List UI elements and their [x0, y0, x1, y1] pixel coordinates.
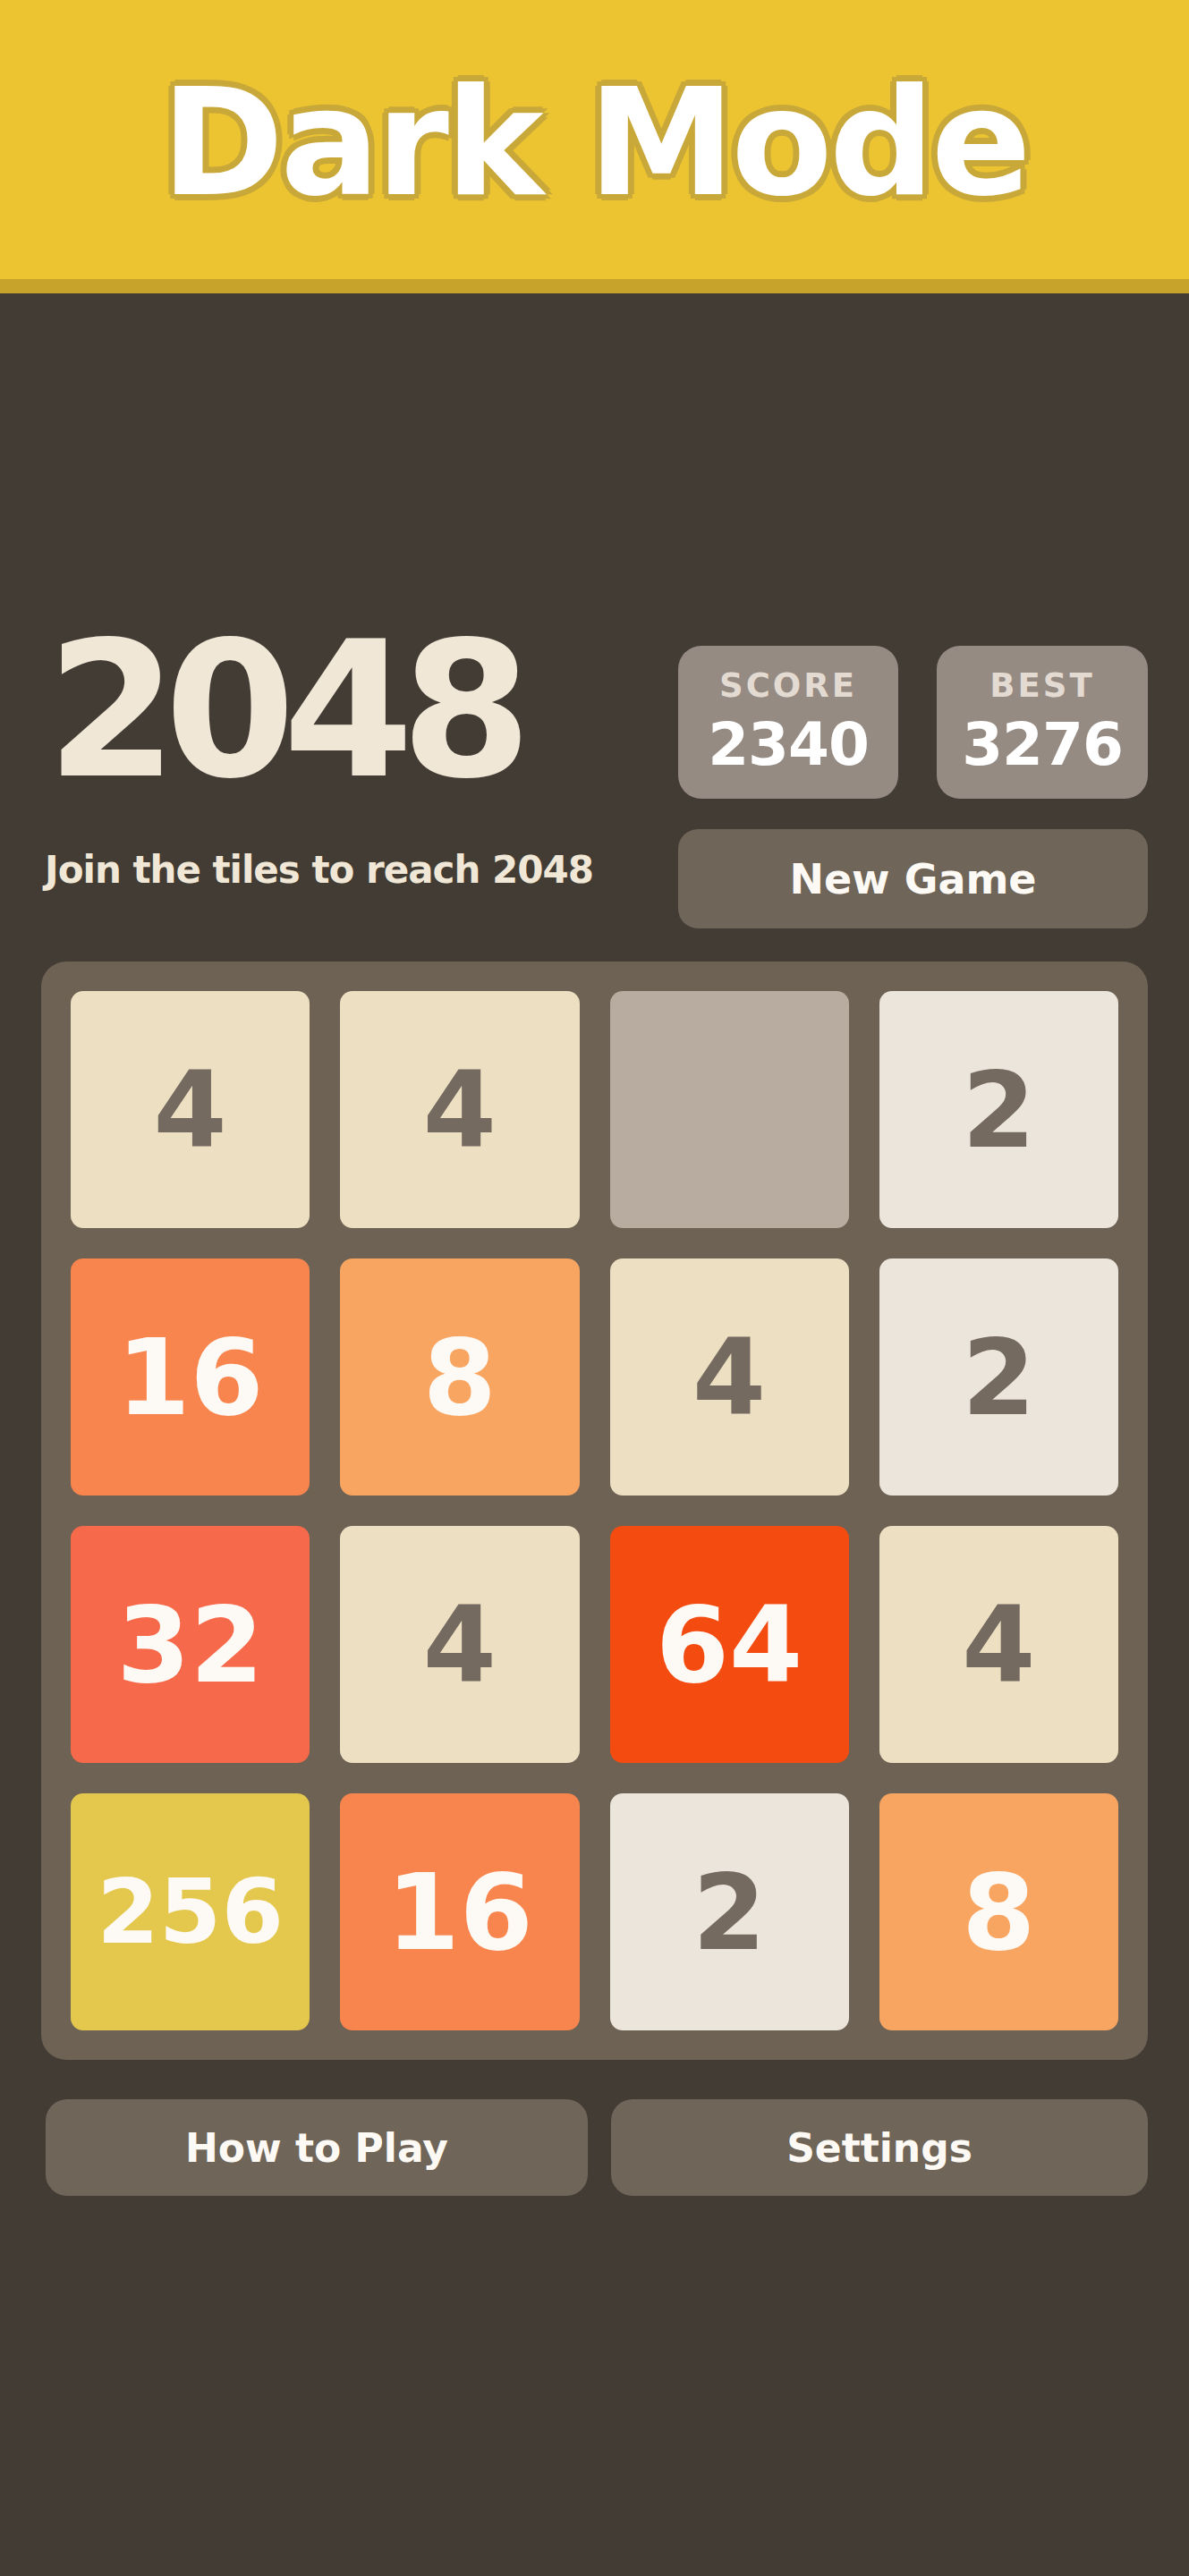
tile-r1c3 [610, 991, 849, 1228]
tile-r1c2: 4 [340, 991, 579, 1228]
game-board[interactable]: 4 4 2 16 8 4 2 32 4 64 4 256 16 2 8 [41, 962, 1148, 2060]
tile-r2c2: 8 [340, 1258, 579, 1496]
dark-mode-banner: Dark Mode [0, 0, 1189, 279]
best-label: BEST [989, 666, 1094, 705]
tile-r2c3: 4 [610, 1258, 849, 1496]
score-value: 2340 [708, 710, 869, 779]
new-game-button[interactable]: New Game [678, 829, 1148, 928]
tile-r1c4: 2 [879, 991, 1118, 1228]
tile-r2c4: 2 [879, 1258, 1118, 1496]
how-to-play-button[interactable]: How to Play [46, 2099, 588, 2196]
subtitle: Join the tiles to reach 2048 [45, 848, 593, 892]
tile-r3c4: 4 [879, 1526, 1118, 1763]
tile-r3c3: 64 [610, 1526, 849, 1763]
tile-r4c1: 256 [71, 1793, 310, 2030]
tile-r4c3: 2 [610, 1793, 849, 2030]
banner-title: Dark Mode [161, 50, 1027, 229]
best-box: BEST 3276 [937, 646, 1148, 799]
settings-button[interactable]: Settings [611, 2099, 1148, 2196]
tile-r2c1: 16 [71, 1258, 310, 1496]
best-value: 3276 [962, 710, 1123, 779]
score-box: SCORE 2340 [678, 646, 898, 799]
app-title: 2048 [47, 622, 519, 801]
banner-bottom-strip [0, 279, 1189, 293]
score-label: SCORE [719, 666, 857, 705]
tile-r4c2: 16 [340, 1793, 579, 2030]
tile-r4c4: 8 [879, 1793, 1118, 2030]
tile-r3c2: 4 [340, 1526, 579, 1763]
tile-r3c1: 32 [71, 1526, 310, 1763]
tile-r1c1: 4 [71, 991, 310, 1228]
